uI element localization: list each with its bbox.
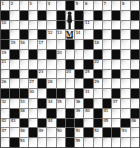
cell-r10c8[interactable] [66, 89, 74, 98]
cell-r15c15[interactable] [131, 138, 139, 147]
clue-number: 50 [57, 128, 62, 133]
cell-r12c7[interactable] [57, 109, 65, 118]
black-cell-r13c9 [75, 119, 83, 128]
cell-r14c2[interactable] [10, 128, 18, 137]
cell-r7c12[interactable] [103, 60, 111, 69]
black-cell-r4c5 [38, 30, 46, 39]
clue-number: 43 [11, 119, 16, 124]
clue-number: 33 [20, 99, 25, 104]
clue-number: 27 [29, 79, 34, 84]
black-cell-r10c7 [57, 89, 65, 98]
black-cell-r10c2 [10, 89, 18, 98]
black-cell-r2c13 [112, 11, 120, 20]
black-cell-r13c7 [57, 119, 65, 128]
cell-r3c2[interactable] [10, 21, 18, 30]
black-cell-r8c2 [10, 70, 18, 79]
cell-r15c9[interactable]: 55 [75, 138, 83, 147]
cell-r15c10[interactable] [84, 138, 92, 147]
cell-r1c9[interactable]: 5 [75, 1, 83, 10]
cell-r13c1[interactable]: 42 [1, 119, 9, 128]
black-cell-r12c11 [94, 109, 102, 118]
cell-r6c3[interactable] [20, 50, 28, 59]
clue-number: 3 [29, 1, 31, 6]
cell-r8c6[interactable] [47, 70, 55, 79]
cell-r8c10[interactable]: 25 [84, 70, 92, 79]
cell-r4c6[interactable]: 12 [47, 30, 55, 39]
clue-number: 38 [20, 109, 25, 114]
cell-r1c1[interactable]: 1 [1, 1, 9, 10]
black-cell-r8c9 [75, 70, 83, 79]
cell-r10c14[interactable] [121, 89, 129, 98]
cell-r10c11[interactable] [94, 89, 102, 98]
cell-r12c1[interactable] [1, 109, 9, 118]
black-cell-r1c8 [66, 1, 74, 10]
black-cell-r5c1 [1, 40, 9, 49]
cell-r4c9[interactable]: 14 [75, 30, 83, 39]
black-cell-r12c2 [10, 109, 18, 118]
cell-r2c4[interactable] [29, 11, 37, 20]
cell-r7c6[interactable] [47, 60, 55, 69]
cell-r12c13[interactable] [112, 109, 120, 118]
clue-number: 41 [103, 109, 108, 114]
clue-number: 26 [2, 79, 7, 84]
clue-number: 23 [39, 70, 44, 75]
cell-r3c13[interactable] [112, 21, 120, 30]
black-cell-r15c2 [10, 138, 18, 147]
black-cell-r11c12 [103, 99, 111, 108]
black-cell-r6c13 [112, 50, 120, 59]
cell-r14c11[interactable]: 52 [94, 128, 102, 137]
black-cell-r2c3 [20, 11, 28, 20]
clue-number: 48 [20, 128, 25, 133]
cell-r8c3[interactable] [20, 70, 28, 79]
black-cell-r6c2 [10, 50, 18, 59]
black-cell-r6c4 [29, 50, 37, 59]
clue-number: 30 [29, 89, 34, 94]
cell-r4c10[interactable] [84, 30, 92, 39]
cell-r13c10[interactable] [84, 119, 92, 128]
cell-r12c5[interactable] [38, 109, 46, 118]
cell-r6c9[interactable] [75, 50, 83, 59]
black-cell-r14c10 [84, 128, 92, 137]
black-cell-r15c8 [66, 138, 74, 147]
cell-r10c4[interactable]: 30 [29, 89, 37, 98]
cell-r7c1[interactable]: 21 [1, 60, 9, 69]
black-cell-r14c12 [103, 128, 111, 137]
cell-r6c12[interactable] [103, 50, 111, 59]
clue-number: 36 [76, 99, 81, 104]
cell-r11c11[interactable] [94, 99, 102, 108]
cell-r2c6[interactable] [47, 11, 55, 20]
clue-number: 5 [76, 1, 78, 6]
cell-r5c15[interactable] [131, 40, 139, 49]
cell-r14c6[interactable] [47, 128, 55, 137]
cell-r7c4[interactable] [29, 60, 37, 69]
cell-r12c10[interactable]: 40 [84, 109, 92, 118]
cell-r14c9[interactable]: 51 [75, 128, 83, 137]
cell-r7c9[interactable] [75, 60, 83, 69]
cell-r7c11[interactable]: 22 [94, 60, 102, 69]
cell-r5c3[interactable]: 16 [20, 40, 28, 49]
clue-number: 42 [2, 119, 7, 124]
black-cell-r10c3 [20, 89, 28, 98]
clue-number: 2 [11, 1, 13, 6]
crossword-puzzle: 1234567810111213141516171819202122232425… [0, 0, 140, 148]
cell-r9c15[interactable] [131, 79, 139, 88]
cell-r13c6[interactable]: 44 [47, 119, 55, 128]
cell-r3c1[interactable]: 10 [1, 21, 9, 30]
cell-r6c7[interactable]: 20 [57, 50, 65, 59]
clue-number: 17 [39, 40, 44, 45]
cell-r6c10[interactable] [84, 50, 92, 59]
clue-number: 32 [2, 99, 7, 104]
cell-r6c8[interactable] [66, 50, 74, 59]
cell-r11c15[interactable] [131, 99, 139, 108]
clue-number: 35 [57, 99, 62, 104]
cell-r9c12[interactable] [103, 79, 111, 88]
cell-r1c5[interactable] [38, 1, 46, 10]
black-cell-r4c1 [1, 30, 9, 39]
cell-r7c13[interactable] [112, 60, 120, 69]
cell-r4c12[interactable] [103, 30, 111, 39]
cell-r12c3[interactable]: 38 [20, 109, 28, 118]
black-cell-r9c5 [38, 79, 46, 88]
clue-number: 39 [76, 109, 81, 114]
cell-r10c5[interactable] [38, 89, 46, 98]
clue-number: 28 [48, 79, 53, 84]
clue-number: 53 [122, 128, 127, 133]
black-cell-r4c3 [20, 30, 28, 39]
cell-r5c11[interactable]: 18 [94, 40, 102, 49]
cell-r9c1[interactable]: 26 [1, 79, 9, 88]
black-cell-r13c5 [38, 119, 46, 128]
cell-r15c5[interactable] [38, 138, 46, 147]
cell-r1c2[interactable]: 2 [10, 1, 18, 10]
black-cell-r2c11 [94, 11, 102, 20]
black-cell-r8c11 [94, 70, 102, 79]
clue-number: 22 [94, 60, 99, 65]
black-cell-r9c10 [84, 79, 92, 88]
cell-r9c6[interactable]: 28 [47, 79, 55, 88]
clue-number: 55 [76, 138, 81, 143]
cell-r5c13[interactable] [112, 40, 120, 49]
cell-r10c12[interactable] [103, 89, 111, 98]
clue-number: 47 [2, 128, 7, 133]
cell-r9c7[interactable] [57, 79, 65, 88]
cell-r8c1[interactable] [1, 70, 9, 79]
cell-r2c12[interactable] [103, 11, 111, 20]
black-cell-r8c13 [112, 70, 120, 79]
cell-r11c7[interactable]: 35 [57, 99, 65, 108]
cell-r1c12[interactable]: 7 [103, 1, 111, 10]
cell-r15c3[interactable]: 54 [20, 138, 28, 147]
cell-r3c6[interactable] [47, 21, 55, 30]
cell-r3c11[interactable] [94, 21, 102, 30]
cell-r15c11[interactable] [94, 138, 102, 147]
cell-r5c7[interactable] [57, 40, 65, 49]
cell-r11c3[interactable]: 33 [20, 99, 28, 108]
clue-number: 7 [103, 1, 105, 6]
cell-r7c3[interactable] [20, 60, 28, 69]
black-cell-r8c4 [29, 70, 37, 79]
cell-r13c12[interactable]: 45 [103, 119, 111, 128]
cell-r15c1[interactable] [1, 138, 9, 147]
cell-r3c8[interactable] [66, 21, 74, 30]
cell-r1c13[interactable] [112, 1, 120, 10]
cell-r2c14[interactable] [121, 11, 129, 20]
cell-r3c3[interactable] [20, 21, 28, 30]
cell-r8c12[interactable] [103, 70, 111, 79]
cell-r7c2[interactable] [10, 60, 18, 69]
black-cell-r6c6 [47, 50, 55, 59]
clue-number: 13 [57, 30, 62, 35]
cell-r11c1[interactable]: 32 [1, 99, 9, 108]
cell-r1c4[interactable]: 3 [29, 1, 37, 10]
cell-r3c5[interactable] [38, 21, 46, 30]
black-cell-r4c11 [94, 30, 102, 39]
cell-r14c15[interactable] [131, 128, 139, 137]
clue-number: 4 [48, 1, 50, 6]
clue-number: 34 [48, 99, 53, 104]
cell-r8c14[interactable] [121, 70, 129, 79]
black-cell-r11c10 [84, 99, 92, 108]
cell-r13c2[interactable]: 43 [10, 119, 18, 128]
black-cell-r8c15 [131, 70, 139, 79]
clue-number: 12 [48, 30, 53, 35]
black-cell-r11c5 [38, 99, 46, 108]
clue-number: 16 [20, 40, 25, 45]
cell-r12c12[interactable]: 41 [103, 109, 111, 118]
cell-r9c2[interactable] [10, 79, 18, 88]
cell-r11c14[interactable] [121, 99, 129, 108]
cell-r15c12[interactable] [103, 138, 111, 147]
cell-r14c3[interactable]: 48 [20, 128, 28, 137]
black-cell-r14c13 [112, 128, 120, 137]
clue-number: 40 [85, 109, 90, 114]
clue-number: 15 [11, 40, 16, 45]
clue-number: 10 [2, 21, 7, 26]
clue-number: 20 [57, 50, 62, 55]
cell-r14c7[interactable]: 50 [57, 128, 65, 137]
clue-number: 52 [94, 128, 99, 133]
cell-r6c5[interactable] [38, 50, 46, 59]
cell-r2c8[interactable] [66, 11, 74, 20]
black-cell-r10c15 [131, 89, 139, 98]
black-cell-r5c10 [84, 40, 92, 49]
clue-number: 25 [85, 70, 90, 75]
cell-r13c15[interactable]: 46 [131, 119, 139, 128]
black-cell-r6c11 [94, 50, 102, 59]
clue-number: 44 [48, 119, 53, 124]
clue-number: 51 [76, 128, 81, 133]
cell-r4c14[interactable] [121, 30, 129, 39]
black-cell-r4c13 [112, 30, 120, 39]
cell-r9c4[interactable]: 27 [29, 79, 37, 88]
cell-r9c13[interactable] [112, 79, 120, 88]
cell-r9c11[interactable]: 29 [94, 79, 102, 88]
cell-r13c4[interactable] [29, 119, 37, 128]
cell-r7c14[interactable] [121, 60, 129, 69]
cell-r11c6[interactable]: 34 [47, 99, 55, 108]
clue-number: 19 [2, 50, 7, 55]
cell-r4c7[interactable]: 13 [57, 30, 65, 39]
cell-r9c14[interactable] [121, 79, 129, 88]
cell-r4c8[interactable] [66, 30, 74, 39]
black-cell-r12c15 [131, 109, 139, 118]
black-cell-r6c15 [131, 50, 139, 59]
black-cell-r3c9 [75, 21, 83, 30]
cell-r12c4[interactable] [29, 109, 37, 118]
cell-r5c12[interactable] [103, 40, 111, 49]
clue-number: 46 [131, 119, 136, 124]
black-cell-r2c7 [57, 11, 65, 20]
cell-r15c14[interactable] [121, 138, 129, 147]
black-cell-r2c15 [131, 11, 139, 20]
clue-number: 45 [103, 119, 108, 124]
black-cell-r10c6 [47, 89, 55, 98]
clue-number: 29 [94, 79, 99, 84]
clue-number: 54 [20, 138, 25, 143]
black-cell-r2c1 [1, 11, 9, 20]
cell-r3c14[interactable] [121, 21, 129, 30]
black-cell-r13c14 [121, 119, 129, 128]
clue-number: 14 [76, 30, 81, 35]
cell-r11c13[interactable]: 37 [112, 99, 120, 108]
clue-number: 11 [85, 21, 90, 26]
clue-number: 24 [66, 70, 71, 75]
cell-r1c15[interactable] [131, 1, 139, 10]
black-cell-r7c10 [84, 60, 92, 69]
black-cell-r3c7 [57, 21, 65, 30]
clue-number: 1 [2, 1, 4, 6]
clue-number: 49 [39, 128, 44, 133]
cell-r5c6[interactable] [47, 40, 55, 49]
cell-r7c15[interactable] [131, 60, 139, 69]
cell-r14c1[interactable]: 47 [1, 128, 9, 137]
cell-r9c3[interactable] [20, 79, 28, 88]
black-cell-r12c8 [66, 109, 74, 118]
cell-r1c11[interactable] [94, 1, 102, 10]
black-cell-r10c9 [75, 89, 83, 98]
black-cell-r10c13 [112, 89, 120, 98]
cell-r7c7[interactable] [57, 60, 65, 69]
black-cell-r4c15 [131, 30, 139, 39]
cell-r15c6[interactable] [47, 138, 55, 147]
cell-r7c5[interactable] [38, 60, 46, 69]
cell-r1c7[interactable] [57, 1, 65, 10]
cell-r5c9[interactable] [75, 40, 83, 49]
clue-number: 21 [2, 60, 7, 65]
cell-r3c15[interactable] [131, 21, 139, 30]
black-cell-r10c1 [1, 89, 9, 98]
black-cell-r2c9 [75, 11, 83, 20]
cell-r12c14[interactable] [121, 109, 129, 118]
cell-r14c14[interactable]: 53 [121, 128, 129, 137]
clue-number: 6 [85, 1, 87, 6]
cell-r11c4[interactable] [29, 99, 37, 108]
black-cell-r13c3 [20, 119, 28, 128]
crossword-grid: 1234567810111213141516171819202122232425… [0, 0, 140, 148]
cell-r3c12[interactable] [103, 21, 111, 30]
cell-r2c2[interactable] [10, 11, 18, 20]
cell-r5c14[interactable] [121, 40, 129, 49]
cell-r6c14[interactable] [121, 50, 129, 59]
clue-number: 8 [122, 1, 124, 6]
cell-r8c7[interactable] [57, 70, 65, 79]
clue-number: 18 [94, 40, 99, 45]
cell-r5c2[interactable]: 15 [10, 40, 18, 49]
black-cell-r7c8 [66, 60, 74, 69]
cell-r1c10[interactable]: 6 [84, 1, 92, 10]
cell-r11c8[interactable] [66, 99, 74, 108]
cell-r15c4[interactable] [29, 138, 37, 147]
cell-r5c4[interactable] [29, 40, 37, 49]
cell-r2c10[interactable] [84, 11, 92, 20]
cell-r3c10[interactable]: 11 [84, 21, 92, 30]
cell-r11c2[interactable] [10, 99, 18, 108]
clue-number: 37 [113, 99, 118, 104]
cell-r8c5[interactable]: 23 [38, 70, 46, 79]
cell-r14c5[interactable]: 49 [38, 128, 46, 137]
cell-r15c13[interactable] [112, 138, 120, 147]
cell-r12c9[interactable]: 39 [75, 109, 83, 118]
cell-r8c8[interactable]: 24 [66, 70, 74, 79]
black-cell-r2c5 [38, 11, 46, 20]
black-cell-r5c8 [66, 40, 74, 49]
cell-r1c6[interactable]: 4 [47, 1, 55, 10]
cell-r1c14[interactable]: 8 [121, 1, 129, 10]
cell-r5c5[interactable]: 17 [38, 40, 46, 49]
cell-r1c3[interactable] [20, 1, 28, 10]
cell-r9c9[interactable] [75, 79, 83, 88]
cell-r6c1[interactable]: 19 [1, 50, 9, 59]
cell-r9c8[interactable] [66, 79, 74, 88]
clue-number: 31 [85, 89, 90, 94]
black-cell-r14c8 [66, 128, 74, 137]
black-cell-r13c11 [94, 119, 102, 128]
cell-r10c10[interactable]: 31 [84, 89, 92, 98]
cell-r4c2[interactable] [10, 30, 18, 39]
cell-r11c9[interactable]: 36 [75, 99, 83, 108]
cell-r4c4[interactable] [29, 30, 37, 39]
cell-r15c7[interactable] [57, 138, 65, 147]
black-cell-r13c8 [66, 119, 74, 128]
black-cell-r14c4 [29, 128, 37, 137]
cell-r13c13[interactable] [112, 119, 120, 128]
cell-r3c4[interactable] [29, 21, 37, 30]
black-cell-r12c6 [47, 109, 55, 118]
